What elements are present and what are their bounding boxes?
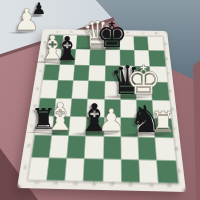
square-r4c2	[56, 80, 74, 97]
board-coordinate-label: 8	[166, 183, 171, 187]
square-r7c2	[49, 136, 69, 158]
square-r7c5	[103, 137, 121, 159]
chessboard: 1234567812345678hgfedcbahgfedcba	[0, 0, 200, 200]
board-coordinate-label: 1	[34, 180, 40, 184]
square-r4c8	[151, 82, 168, 100]
square-r5c8	[152, 99, 170, 118]
square-r7c6	[121, 137, 139, 159]
square-r2c7	[134, 51, 150, 66]
square-r8c7	[139, 159, 159, 183]
board-coordinate-label: 8	[153, 32, 156, 34]
board-vinyl: 1234567812345678hgfedcbahgfedcba	[17, 29, 186, 192]
square-r6c7	[137, 118, 155, 138]
square-r5c2	[54, 98, 72, 117]
board-coordinate-label: 6	[125, 31, 128, 33]
board-coordinate-label: f	[166, 74, 170, 75]
square-r4c6	[120, 82, 136, 100]
square-r2c3	[75, 50, 91, 65]
square-r7c8	[155, 138, 175, 160]
square-r6c3	[69, 116, 87, 136]
board-coordinate-label: 7	[147, 183, 152, 187]
square-r5c4	[87, 98, 104, 117]
board-coordinate-label: 2	[69, 30, 72, 32]
board-coordinates: 1234567812345678hgfedcbahgfedcba	[43, 29, 167, 31]
board-coordinate-label: h	[163, 43, 167, 45]
square-r3c8	[150, 66, 167, 82]
square-r8c8	[157, 159, 178, 183]
square-r7c7	[138, 138, 157, 160]
square-r1c8	[148, 37, 164, 51]
board-coordinate-label: d	[170, 107, 174, 110]
board-coordinate-label: c	[172, 127, 177, 130]
board-coordinate-label: 4	[97, 31, 100, 33]
square-r5c7	[136, 99, 154, 118]
square-r6c6	[120, 117, 138, 137]
square-r6c5	[103, 117, 120, 137]
board-coordinate-label: d	[31, 105, 35, 108]
square-r1c4	[90, 36, 105, 50]
square-r8c5	[102, 158, 121, 182]
square-r6c2	[51, 116, 70, 136]
square-r8c2	[46, 157, 67, 180]
square-r2c5	[105, 50, 120, 65]
square-r5c6	[120, 99, 137, 118]
square-r5c5	[104, 98, 121, 117]
board-coordinate-label: 5	[111, 31, 114, 33]
square-r1c2	[61, 35, 77, 49]
board-coordinate-label: b	[24, 144, 29, 147]
square-r8c3	[65, 157, 85, 181]
square-r8c6	[121, 159, 140, 183]
board-coordinate-label: 5	[109, 182, 114, 186]
square-r4c5	[104, 81, 120, 99]
board-coordinate-label: h	[41, 41, 45, 43]
chess-photo-scene: 1234567812345678hgfedcbahgfedcba ♛♚♝♝♛♚♜…	[0, 0, 200, 200]
board-squares	[27, 35, 177, 183]
board-coordinate-label: a	[21, 166, 26, 169]
board-coordinate-label: 3	[83, 31, 86, 33]
square-r3c2	[58, 64, 75, 80]
square-r5c3	[70, 98, 88, 117]
square-r7c3	[67, 136, 86, 158]
board-coordinate-label: 2	[52, 181, 57, 185]
square-r2c8	[149, 51, 165, 66]
square-r4c4	[88, 81, 104, 99]
board-coordinate-label: 3	[71, 181, 76, 185]
square-r3c5	[104, 65, 120, 81]
square-r8c4	[83, 158, 102, 182]
square-r1c7	[134, 36, 149, 50]
square-r4c3	[72, 81, 89, 98]
board-coordinate-label: 4	[90, 182, 95, 186]
square-r4c7	[136, 82, 153, 100]
board-coordinate-label: g	[165, 57, 169, 59]
board-coordinate-label: g	[39, 55, 43, 57]
square-r6c4	[86, 117, 104, 137]
square-r2c6	[120, 50, 135, 65]
board-coordinate-label: e	[34, 87, 38, 89]
square-r3c4	[89, 65, 105, 81]
board-coordinate-label: 7	[139, 31, 142, 33]
square-r3c7	[135, 66, 151, 82]
board-coordinate-label: e	[168, 90, 172, 93]
board-coordinate-label: f	[37, 71, 41, 72]
board-coordinate-label: c	[28, 124, 32, 127]
square-r1c6	[119, 36, 134, 50]
square-r6c8	[154, 118, 173, 138]
board-coordinate-label: a	[176, 170, 181, 174]
square-r7c4	[85, 136, 103, 158]
board-coordinate-label: 1	[55, 30, 58, 32]
square-r2c4	[90, 50, 105, 65]
square-r1c5	[105, 36, 120, 50]
square-r1c3	[76, 35, 91, 49]
square-r2c2	[60, 49, 76, 64]
board-coordinate-label: b	[174, 147, 179, 150]
board-coordinate-label: 6	[128, 182, 133, 186]
square-r3c3	[73, 65, 89, 81]
square-r3c6	[120, 65, 136, 81]
